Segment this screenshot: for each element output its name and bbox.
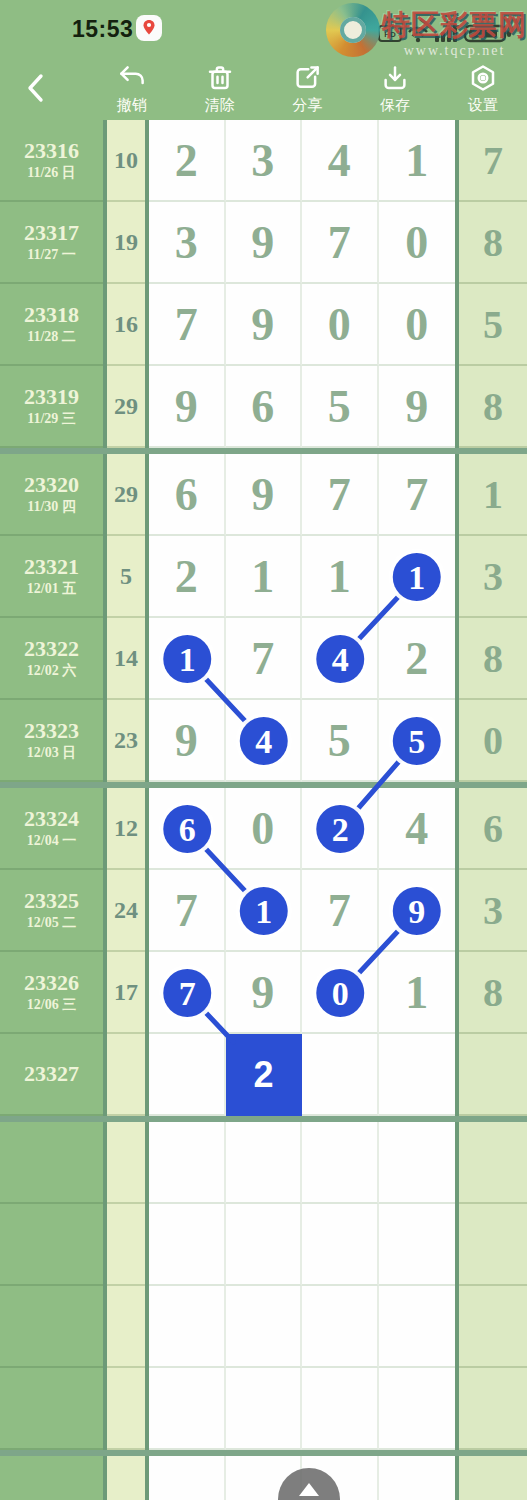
digit-cell[interactable]: 3 (226, 120, 303, 202)
chart-row: 23316 11/26 日 10 2 3 4 1 7 (0, 120, 527, 202)
digit-cell[interactable] (302, 1286, 379, 1368)
issue-date: 12/03 日 (27, 744, 76, 762)
undo-icon (117, 62, 147, 94)
digit-cell[interactable] (149, 1286, 226, 1368)
issue-number: 23325 (24, 888, 79, 914)
sum-cell (107, 1034, 145, 1116)
digit-cell[interactable] (149, 1204, 226, 1286)
clock: 15:53 (72, 16, 133, 43)
chart-row: 23324 12/04 一 12 0 4 6 (0, 788, 527, 870)
fifth-digit-cell[interactable]: 8 (459, 618, 527, 700)
toolbar: 撤销 清除 分享 (0, 56, 527, 120)
digit-cell[interactable] (379, 700, 456, 782)
digit-cell[interactable]: 4 (302, 120, 379, 202)
signal-icon (435, 24, 457, 42)
watermark-logo-icon (326, 3, 380, 57)
save-label: 保存 (380, 96, 410, 115)
fifth-digit-cell[interactable] (459, 1204, 527, 1286)
issue-date: 11/27 一 (27, 246, 76, 264)
digit-cell[interactable] (379, 1034, 456, 1116)
digit-cell[interactable] (149, 618, 226, 700)
issue-number: 23319 (24, 384, 79, 410)
issue-number: 23321 (24, 554, 79, 580)
digit-cell[interactable] (149, 1368, 226, 1450)
sum-cell: 23 (107, 700, 145, 782)
issue-cell: 23319 11/29 三 (0, 366, 103, 448)
fifth-digit-cell[interactable]: 8 (459, 952, 527, 1034)
chart-row: 23321 12/01 五 5 2 1 1 3 (0, 536, 527, 618)
digit-cell[interactable] (226, 1368, 303, 1450)
issue-number: 23324 (24, 806, 79, 832)
fifth-digit-cell[interactable]: 8 (459, 202, 527, 284)
sum-cell: 5 (107, 536, 145, 618)
digit-cell[interactable] (379, 1204, 456, 1286)
issue-number: 23317 (24, 220, 79, 246)
digit-cell[interactable] (226, 1286, 303, 1368)
digit-cell[interactable]: 1 (379, 120, 456, 202)
clear-button[interactable]: 清除 (176, 56, 264, 120)
issue-date: 11/29 三 (27, 410, 76, 428)
issue-number: 23322 (24, 636, 79, 662)
digit-cell[interactable]: 4 (379, 788, 456, 870)
issue-date: 11/30 四 (27, 498, 76, 516)
chart-row (0, 1286, 527, 1368)
digit-cell[interactable]: 1 (379, 952, 456, 1034)
digit-cell[interactable] (226, 1122, 303, 1204)
sum-cell: 19 (107, 202, 145, 284)
fifth-digit-cell[interactable]: 3 (459, 536, 527, 618)
digit-cell[interactable]: 6 (149, 454, 226, 536)
chart-row (0, 1456, 527, 1500)
issue-cell (0, 1122, 103, 1204)
issue-cell: 23326 12/06 三 (0, 952, 103, 1034)
save-button[interactable]: 保存 (351, 56, 439, 120)
digit-cell[interactable]: 2 (149, 536, 226, 618)
share-button[interactable]: 分享 (264, 56, 352, 120)
digit-cell[interactable]: 0 (302, 284, 379, 366)
digit-cell[interactable]: 9 (149, 700, 226, 782)
undo-button[interactable]: 撤销 (88, 56, 176, 120)
sum-cell: 29 (107, 366, 145, 448)
issue-number: 23327 (24, 1061, 79, 1087)
issue-date: 12/06 三 (27, 996, 76, 1014)
svg-text:HD: HD (384, 30, 396, 39)
sum-cell (107, 1122, 145, 1204)
digit-cell[interactable]: 6 (226, 366, 303, 448)
location-pin-icon (136, 15, 162, 41)
digit-cell[interactable] (379, 1286, 456, 1368)
fifth-digit-cell[interactable] (459, 1122, 527, 1204)
digit-cell[interactable] (379, 870, 456, 952)
digit-cell[interactable]: 9 (226, 952, 303, 1034)
sum-cell (107, 1456, 145, 1500)
settings-label: 设置 (468, 96, 498, 115)
sum-cell (107, 1286, 145, 1368)
digit-cell[interactable]: 5 (302, 700, 379, 782)
digit-cell[interactable] (149, 952, 226, 1034)
issue-cell: 23316 11/26 日 (0, 120, 103, 202)
digit-cell[interactable] (302, 952, 379, 1034)
digit-cell[interactable]: 7 (302, 454, 379, 536)
digit-cell[interactable] (302, 1034, 379, 1116)
sum-cell: 14 (107, 618, 145, 700)
digit-cell[interactable] (302, 1368, 379, 1450)
digit-cell[interactable]: 3 (149, 202, 226, 284)
digit-cell[interactable]: 2 (379, 618, 456, 700)
issue-number: 23316 (24, 138, 79, 164)
entry-cell[interactable]: 2 (226, 1034, 302, 1116)
digit-cell[interactable]: 7 (149, 870, 226, 952)
digit-cell[interactable] (149, 1034, 226, 1116)
digit-cell[interactable]: 7 (149, 284, 226, 366)
digit-cell[interactable]: 9 (226, 202, 303, 284)
fifth-digit-cell[interactable]: 1 (459, 454, 527, 536)
sum-cell: 12 (107, 788, 145, 870)
issue-number: 23320 (24, 472, 79, 498)
issue-cell: 23327 (0, 1034, 103, 1116)
fifth-digit-cell[interactable]: 5 (459, 284, 527, 366)
back-button[interactable] (18, 68, 54, 108)
digit-cell[interactable] (226, 1204, 303, 1286)
chart-row: 23322 12/02 六 14 7 2 8 (0, 618, 527, 700)
fifth-digit-cell[interactable]: 0 (459, 700, 527, 782)
sum-cell (107, 1368, 145, 1450)
digit-cell[interactable]: 0 (226, 788, 303, 870)
issue-number: 23326 (24, 970, 79, 996)
share-icon (292, 62, 322, 94)
sum-cell (107, 1204, 145, 1286)
settings-button[interactable]: 设置 (439, 56, 527, 120)
issue-cell: 23317 11/27 一 (0, 202, 103, 284)
digit-cell[interactable] (149, 788, 226, 870)
issue-number: 23323 (24, 718, 79, 744)
digit-cell[interactable] (302, 618, 379, 700)
entry-value: 2 (253, 1054, 273, 1096)
settings-icon (468, 62, 498, 94)
digit-cell[interactable] (302, 1122, 379, 1204)
fifth-digit-cell[interactable]: 6 (459, 788, 527, 870)
digit-cell[interactable]: 9 (149, 366, 226, 448)
digit-cell[interactable] (149, 1122, 226, 1204)
issue-date: 12/05 二 (27, 914, 76, 932)
digit-cell[interactable]: 7 (302, 202, 379, 284)
issue-date: 12/02 六 (27, 662, 76, 680)
issue-cell: 23323 12/03 日 (0, 700, 103, 782)
issue-cell (0, 1286, 103, 1368)
digit-cell[interactable]: 7 (302, 870, 379, 952)
fifth-digit-cell[interactable] (459, 1286, 527, 1368)
wifi-icon (409, 28, 427, 36)
undo-label: 撤销 (117, 96, 147, 115)
fifth-digit-cell[interactable] (459, 1456, 527, 1500)
issue-cell: 23320 11/30 四 (0, 454, 103, 536)
digit-cell[interactable]: 0 (379, 202, 456, 284)
up-arrow-icon (299, 1483, 319, 1496)
issue-cell: 23325 12/05 二 (0, 870, 103, 952)
digit-cell[interactable]: 9 (226, 454, 303, 536)
digit-cell[interactable]: 1 (302, 536, 379, 618)
chart-row (0, 1368, 527, 1450)
fifth-digit-cell[interactable] (459, 1368, 527, 1450)
digit-cell[interactable] (379, 536, 456, 618)
digit-cell[interactable]: 9 (379, 366, 456, 448)
fifth-digit-cell[interactable] (459, 1034, 527, 1116)
app-screen: 15:53 HD (0, 0, 527, 1500)
trend-chart: 23316 11/26 日 10 2 3 4 1 7 23317 11/27 一… (0, 120, 527, 1500)
issue-date: 12/04 一 (27, 832, 76, 850)
digit-cell[interactable] (149, 1456, 226, 1500)
issue-cell: 23324 12/04 一 (0, 788, 103, 870)
share-label: 分享 (292, 96, 322, 115)
digit-cell[interactable]: 0 (379, 284, 456, 366)
issue-date: 12/01 五 (27, 580, 76, 598)
sum-cell: 16 (107, 284, 145, 366)
sum-cell: 24 (107, 870, 145, 952)
chart-row: 23323 12/03 日 23 9 5 0 (0, 700, 527, 782)
chart-row (0, 1204, 527, 1286)
digit-cell[interactable]: 7 (226, 618, 303, 700)
fifth-digit-cell[interactable]: 3 (459, 870, 527, 952)
digit-cell[interactable] (379, 1122, 456, 1204)
digit-cell[interactable] (302, 1204, 379, 1286)
issue-number: 23318 (24, 302, 79, 328)
status-icons: HD (377, 20, 519, 46)
battery-icon (465, 26, 511, 41)
digit-cell[interactable]: 5 (302, 366, 379, 448)
save-icon (380, 62, 410, 94)
issue-cell (0, 1368, 103, 1450)
digit-cell[interactable] (302, 788, 379, 870)
issue-date: 11/28 二 (27, 328, 76, 346)
issue-cell: 23321 12/01 五 (0, 536, 103, 618)
digit-cell[interactable] (379, 1368, 456, 1450)
sum-cell: 17 (107, 952, 145, 1034)
status-bar: 15:53 HD (0, 0, 527, 56)
issue-cell: 23322 12/02 六 (0, 618, 103, 700)
digit-cell[interactable]: 7 (379, 454, 456, 536)
chart-row: 23325 12/05 二 24 7 7 3 (0, 870, 527, 952)
digit-cell[interactable] (226, 870, 303, 952)
chart-row (0, 1122, 527, 1204)
digit-cell[interactable]: 2 (149, 120, 226, 202)
clear-label: 清除 (205, 96, 235, 115)
digit-cell[interactable] (226, 700, 303, 782)
chevron-left-icon (24, 71, 48, 105)
digit-cell[interactable]: 1 (226, 536, 303, 618)
chart-row: 23320 11/30 四 29 6 9 7 7 1 (0, 454, 527, 536)
chart-row: 23317 11/27 一 19 3 9 7 0 8 (0, 202, 527, 284)
issue-cell (0, 1456, 103, 1500)
fifth-digit-cell[interactable]: 8 (459, 366, 527, 448)
issue-cell: 23318 11/28 二 (0, 284, 103, 366)
fifth-digit-cell[interactable]: 7 (459, 120, 527, 202)
digit-cell[interactable]: 9 (226, 284, 303, 366)
issue-date: 11/26 日 (27, 164, 76, 182)
digit-cell[interactable] (379, 1456, 456, 1500)
chart-row: 23326 12/06 三 17 9 1 8 (0, 952, 527, 1034)
sum-cell: 29 (107, 454, 145, 536)
chart-row: 23319 11/29 三 29 9 6 5 9 8 (0, 366, 527, 448)
issue-cell (0, 1204, 103, 1286)
trash-icon (205, 62, 235, 94)
sum-cell: 10 (107, 120, 145, 202)
chart-row: 23318 11/28 二 16 7 9 0 0 5 (0, 284, 527, 366)
